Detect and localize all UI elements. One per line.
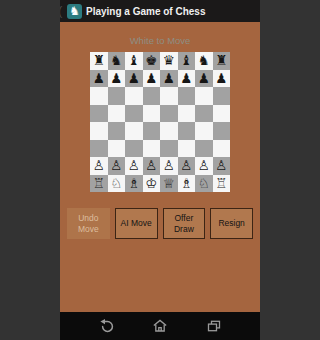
chess-board[interactable]: ♜♞♝♚♛♝♞♜♟♟♟♟♟♟♟♟♙♙♙♙♙♙♙♙♖♘♗♔♕♗♘♖ xyxy=(90,52,230,192)
square-c1[interactable]: ♗ xyxy=(125,175,143,193)
square-b5[interactable] xyxy=(108,105,126,123)
square-e8[interactable]: ♛ xyxy=(160,52,178,70)
square-b7[interactable]: ♟ xyxy=(108,70,126,88)
square-d4[interactable] xyxy=(143,122,161,140)
back-icon[interactable] xyxy=(98,318,114,334)
knight-app-icon[interactable]: ♞ xyxy=(67,4,82,19)
square-e7[interactable]: ♟ xyxy=(160,70,178,88)
android-nav-bar xyxy=(60,312,260,340)
square-g2[interactable]: ♙ xyxy=(195,157,213,175)
square-d1[interactable]: ♔ xyxy=(143,175,161,193)
square-f1[interactable]: ♗ xyxy=(178,175,196,193)
square-d8[interactable]: ♚ xyxy=(143,52,161,70)
turn-status-text: White to Move xyxy=(60,35,260,46)
square-g3[interactable] xyxy=(195,140,213,158)
square-d3[interactable] xyxy=(143,140,161,158)
square-c2[interactable]: ♙ xyxy=(125,157,143,175)
square-h8[interactable]: ♜ xyxy=(213,52,231,70)
square-h3[interactable] xyxy=(213,140,231,158)
square-b8[interactable]: ♞ xyxy=(108,52,126,70)
square-a7[interactable]: ♟ xyxy=(90,70,108,88)
home-icon[interactable] xyxy=(152,318,168,334)
square-c3[interactable] xyxy=(125,140,143,158)
square-a8[interactable]: ♜ xyxy=(90,52,108,70)
square-h1[interactable]: ♖ xyxy=(213,175,231,193)
app-title: Playing a Game of Chess xyxy=(86,6,206,17)
square-h4[interactable] xyxy=(213,122,231,140)
ai-move-button[interactable]: AI Move xyxy=(115,208,158,239)
action-button-row: Undo Move AI Move Offer Draw Resign xyxy=(60,208,260,239)
square-c7[interactable]: ♟ xyxy=(125,70,143,88)
square-a3[interactable] xyxy=(90,140,108,158)
square-e2[interactable]: ♙ xyxy=(160,157,178,175)
square-a1[interactable]: ♖ xyxy=(90,175,108,193)
square-g5[interactable] xyxy=(195,105,213,123)
square-g4[interactable] xyxy=(195,122,213,140)
square-d5[interactable] xyxy=(143,105,161,123)
square-e4[interactable] xyxy=(160,122,178,140)
square-f5[interactable] xyxy=(178,105,196,123)
square-g1[interactable]: ♘ xyxy=(195,175,213,193)
square-b2[interactable]: ♙ xyxy=(108,157,126,175)
square-f3[interactable] xyxy=(178,140,196,158)
square-e6[interactable] xyxy=(160,87,178,105)
square-d2[interactable]: ♙ xyxy=(143,157,161,175)
app-screen: ( ♞ Playing a Game of Chess White to Mov… xyxy=(60,0,260,340)
resign-button[interactable]: Resign xyxy=(210,208,253,239)
square-b4[interactable] xyxy=(108,122,126,140)
square-h7[interactable]: ♟ xyxy=(213,70,231,88)
square-g6[interactable] xyxy=(195,87,213,105)
square-f7[interactable]: ♟ xyxy=(178,70,196,88)
edge-arc-decoration: ( xyxy=(60,0,63,22)
square-h6[interactable] xyxy=(213,87,231,105)
square-e5[interactable] xyxy=(160,105,178,123)
square-g8[interactable]: ♞ xyxy=(195,52,213,70)
square-f4[interactable] xyxy=(178,122,196,140)
square-a2[interactable]: ♙ xyxy=(90,157,108,175)
square-b6[interactable] xyxy=(108,87,126,105)
square-c8[interactable]: ♝ xyxy=(125,52,143,70)
square-h2[interactable]: ♙ xyxy=(213,157,231,175)
title-bar: ( ♞ Playing a Game of Chess xyxy=(60,0,260,22)
offer-draw-button[interactable]: Offer Draw xyxy=(163,208,206,239)
square-g7[interactable]: ♟ xyxy=(195,70,213,88)
undo-move-button[interactable]: Undo Move xyxy=(67,208,110,239)
square-d7[interactable]: ♟ xyxy=(143,70,161,88)
square-a4[interactable] xyxy=(90,122,108,140)
square-f2[interactable]: ♙ xyxy=(178,157,196,175)
square-c6[interactable] xyxy=(125,87,143,105)
square-c5[interactable] xyxy=(125,105,143,123)
recents-icon[interactable] xyxy=(206,318,222,334)
square-h5[interactable] xyxy=(213,105,231,123)
square-f8[interactable]: ♝ xyxy=(178,52,196,70)
square-a6[interactable] xyxy=(90,87,108,105)
square-a5[interactable] xyxy=(90,105,108,123)
square-d6[interactable] xyxy=(143,87,161,105)
square-c4[interactable] xyxy=(125,122,143,140)
square-e1[interactable]: ♕ xyxy=(160,175,178,193)
square-b1[interactable]: ♘ xyxy=(108,175,126,193)
square-b3[interactable] xyxy=(108,140,126,158)
square-f6[interactable] xyxy=(178,87,196,105)
square-e3[interactable] xyxy=(160,140,178,158)
